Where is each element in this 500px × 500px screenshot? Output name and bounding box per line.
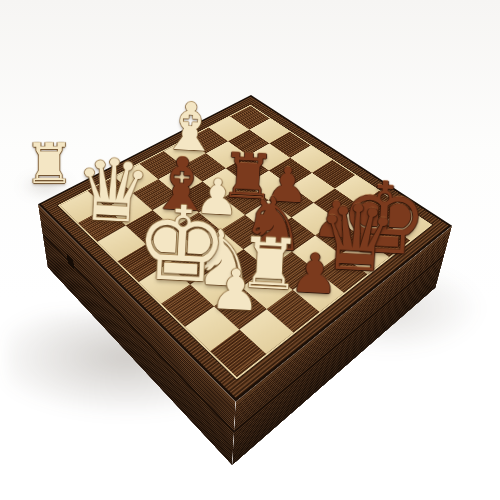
piece-white-queen-b8[interactable]: ♛	[72, 149, 110, 232]
product-photo-stage: ♟♟♚♝♜♛♟♞♟♝♜♞♟♛♚ ♜	[0, 0, 500, 500]
piece-white-king-e8[interactable]: ♚	[133, 193, 175, 293]
captured-white-rook[interactable]: ♜	[24, 136, 74, 192]
chess-box: ♟♟♚♝♜♛♟♞♟♝♜♞♟♛♚	[38, 95, 452, 402]
board-scene: ♟♟♚♝♜♛♟♞♟♝♜♞♟♛♚ ♜	[0, 0, 500, 500]
square-e8[interactable]: ♚	[139, 264, 190, 304]
square-b8[interactable]: ♛	[78, 208, 125, 242]
board-frame: ♟♟♚♝♜♛♟♞♟♝♜♞♟♛♚	[38, 95, 452, 402]
piece-white-pawn-g7[interactable]: ♟	[209, 263, 249, 318]
